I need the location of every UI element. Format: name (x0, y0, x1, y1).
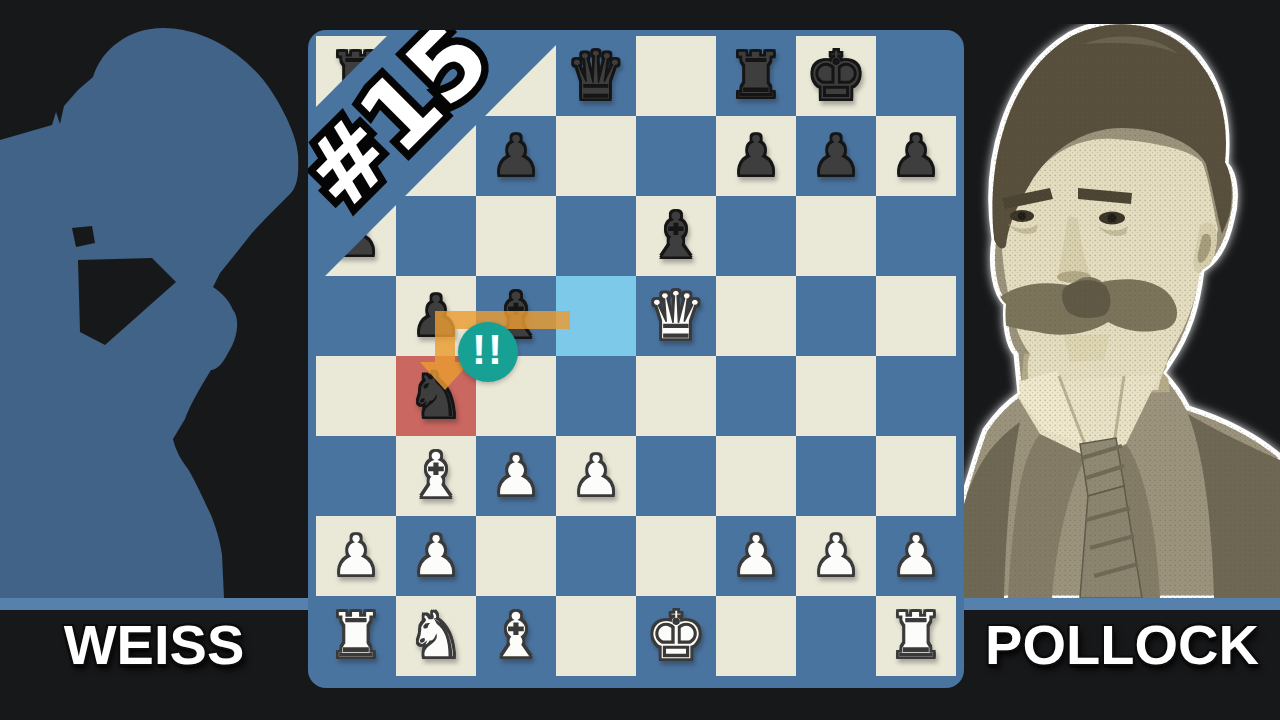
piece-black-pawn-icon: ♟ (891, 116, 941, 196)
square-h8 (876, 36, 956, 116)
piece-white-rook-icon: ♜ (888, 596, 944, 676)
square-f4 (716, 356, 796, 436)
square-b3: ♝ (396, 436, 476, 516)
square-f6 (716, 196, 796, 276)
piece-black-king-icon: ♚ (806, 36, 866, 116)
piece-white-bishop-icon: ♝ (408, 436, 464, 516)
square-e3 (636, 436, 716, 516)
piece-white-pawn-icon: ♟ (331, 516, 381, 596)
piece-white-pawn-icon: ♟ (411, 516, 461, 596)
piece-white-pawn-icon: ♟ (811, 516, 861, 596)
square-c6 (476, 196, 556, 276)
piece-white-knight-icon: ♞ (408, 596, 464, 676)
square-h3 (876, 436, 956, 516)
square-e6: ♝ (636, 196, 716, 276)
piece-white-pawn-icon: ♟ (491, 436, 541, 516)
piece-black-pawn-icon: ♟ (811, 116, 861, 196)
square-c1: ♝ (476, 596, 556, 676)
square-g7: ♟ (796, 116, 876, 196)
piece-white-queen-icon: ♛ (646, 276, 706, 356)
square-e5: ♛ (636, 276, 716, 356)
square-e1: ♚ (636, 596, 716, 676)
pollock-portrait (964, 24, 1280, 598)
square-e4 (636, 356, 716, 436)
square-a4 (316, 356, 396, 436)
square-d3: ♟ (556, 436, 636, 516)
square-d6 (556, 196, 636, 276)
piece-black-queen-icon: ♛ (566, 36, 626, 116)
piece-black-pawn-icon: ♟ (731, 116, 781, 196)
square-h7: ♟ (876, 116, 956, 196)
square-g4 (796, 356, 876, 436)
square-d2 (556, 516, 636, 596)
square-g8: ♚ (796, 36, 876, 116)
white-player-name: WEISS (0, 612, 308, 676)
brilliant-move-badge-icon: !! (458, 322, 518, 382)
piece-white-rook-icon: ♜ (328, 596, 384, 676)
square-d8: ♛ (556, 36, 636, 116)
brilliant-move-text: !! (472, 320, 504, 380)
square-d1 (556, 596, 636, 676)
square-a1: ♜ (316, 596, 396, 676)
white-player-silhouette (0, 20, 308, 598)
square-f5 (716, 276, 796, 356)
piece-white-bishop-icon: ♝ (488, 596, 544, 676)
square-h6 (876, 196, 956, 276)
square-h1: ♜ (876, 596, 956, 676)
square-d4 (556, 356, 636, 436)
chess-board: ♜♛♜♚♟♟♟♟♟♝♟♝♛♞♝♟♟♟♟♟♟♟♜♞♝♚♜ #15 #15 !! (308, 30, 964, 688)
square-f2: ♟ (716, 516, 796, 596)
square-h4 (876, 356, 956, 436)
piece-white-pawn-icon: ♟ (891, 516, 941, 596)
square-g3 (796, 436, 876, 516)
square-g6 (796, 196, 876, 276)
piece-white-pawn-icon: ♟ (571, 436, 621, 516)
thumbnail-stage: WEISS POLLOCK ♜♛♜♚♟♟♟♟♟♝♟♝♛♞♝♟♟♟♟♟♟♟♜♞♝♚… (0, 0, 1280, 720)
square-e7 (636, 116, 716, 196)
square-a2: ♟ (316, 516, 396, 596)
square-a5 (316, 276, 396, 356)
square-g5 (796, 276, 876, 356)
square-c7: ♟ (476, 116, 556, 196)
square-b2: ♟ (396, 516, 476, 596)
square-b1: ♞ (396, 596, 476, 676)
square-f3 (716, 436, 796, 516)
square-c3: ♟ (476, 436, 556, 516)
square-f7: ♟ (716, 116, 796, 196)
piece-white-king-icon: ♚ (646, 596, 706, 676)
square-f1 (716, 596, 796, 676)
piece-black-bishop-icon: ♝ (648, 196, 704, 276)
piece-black-rook-icon: ♜ (728, 36, 784, 116)
square-h2: ♟ (876, 516, 956, 596)
move-arrow-vertical (435, 329, 455, 362)
piece-black-pawn-icon: ♟ (491, 116, 541, 196)
square-g1 (796, 596, 876, 676)
square-h5 (876, 276, 956, 356)
square-f8: ♜ (716, 36, 796, 116)
square-d7 (556, 116, 636, 196)
square-e8 (636, 36, 716, 116)
square-a3 (316, 436, 396, 516)
square-e2 (636, 516, 716, 596)
piece-white-pawn-icon: ♟ (731, 516, 781, 596)
square-b6 (396, 196, 476, 276)
black-player-name: POLLOCK (964, 612, 1280, 676)
square-g2: ♟ (796, 516, 876, 596)
square-c2 (476, 516, 556, 596)
